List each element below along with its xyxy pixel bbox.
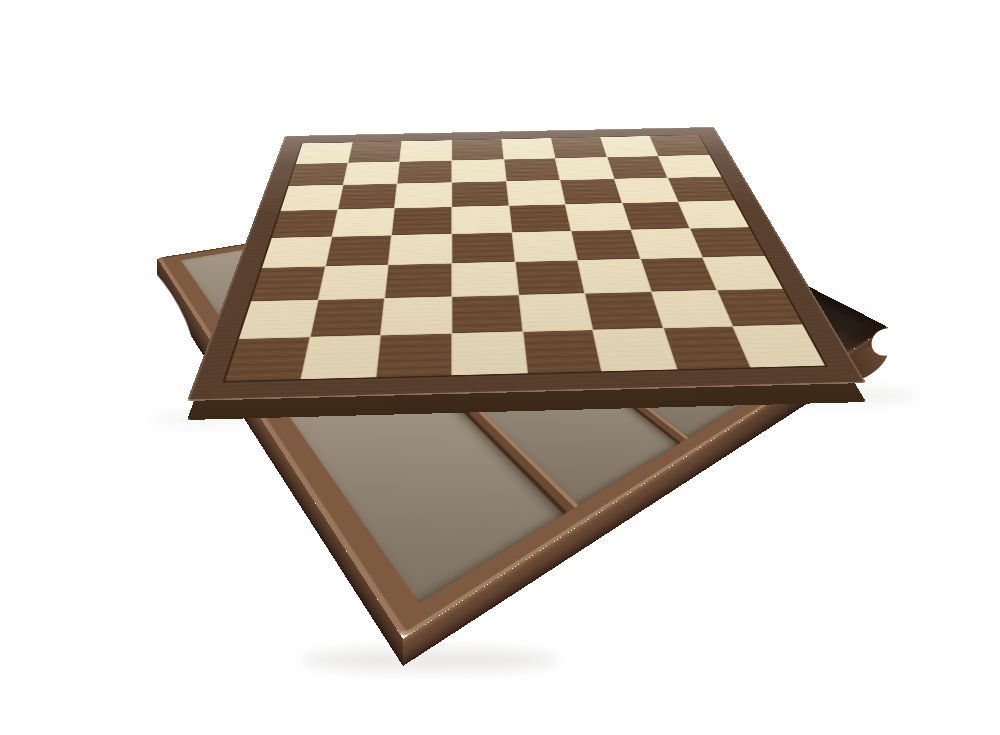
square-f3 [578,259,650,293]
square-b4 [326,235,392,266]
square-f1 [594,329,677,372]
square-e8 [502,138,555,159]
square-b6 [338,184,397,209]
square-d5 [452,206,511,234]
chessboard [187,127,866,401]
square-a5 [272,210,337,238]
square-c1 [377,334,451,377]
square-c6 [395,183,451,208]
square-h7 [659,155,721,178]
product-photo-chess-case [0,0,1000,735]
square-a7 [289,163,348,186]
square-a3 [251,267,324,301]
square-d4 [452,233,514,264]
square-c8 [400,140,451,161]
square-f2 [585,292,662,330]
square-b5 [332,208,394,236]
square-g5 [622,202,689,229]
square-g6 [615,178,678,203]
square-e6 [506,180,564,205]
square-g8 [601,136,658,157]
square-a2 [239,300,317,339]
square-d7 [452,159,505,182]
square-d3 [452,262,518,296]
square-f7 [556,157,614,180]
square-a1 [225,338,309,382]
square-b3 [318,265,388,299]
square-f6 [561,179,622,204]
square-h6 [668,177,734,202]
square-h8 [650,135,709,156]
square-b1 [301,336,380,379]
board-squares [225,135,825,381]
square-e4 [512,231,577,261]
square-f4 [572,230,640,260]
square-d1 [452,332,526,375]
square-h2 [718,289,803,327]
square-d2 [452,295,522,333]
square-e5 [509,205,571,233]
square-d6 [452,182,508,207]
square-f5 [566,203,630,230]
square-e3 [515,261,584,295]
square-c2 [381,297,451,335]
square-h3 [703,256,782,290]
square-b8 [348,141,401,162]
square-e1 [523,330,601,373]
square-f8 [551,137,606,158]
ground-shadow-front [300,648,560,672]
square-a4 [262,237,331,268]
square-e7 [504,158,560,181]
square-c4 [389,234,451,265]
square-c3 [385,264,451,298]
square-c7 [398,161,452,184]
square-a6 [281,185,343,210]
square-g7 [607,156,667,179]
square-d8 [452,139,503,160]
square-e2 [519,294,592,332]
square-c5 [392,207,451,235]
square-h5 [679,201,749,228]
square-b2 [310,298,384,336]
square-a8 [296,142,352,163]
square-h4 [691,227,765,257]
square-b7 [343,162,399,185]
